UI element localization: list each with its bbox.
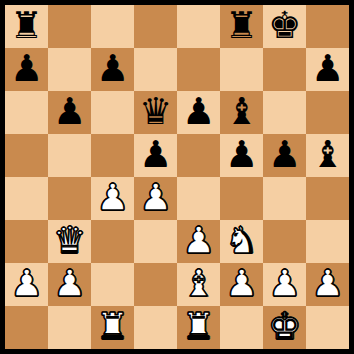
white-rook-piece[interactable]: ♜ bbox=[96, 306, 129, 348]
square-b3[interactable]: ♛ bbox=[48, 220, 91, 263]
square-e6[interactable]: ♟ bbox=[177, 91, 220, 134]
square-b7[interactable] bbox=[48, 48, 91, 91]
black-pawn-piece[interactable]: ♟ bbox=[53, 91, 86, 133]
square-c4[interactable]: ♟ bbox=[91, 177, 134, 220]
square-a3[interactable] bbox=[5, 220, 48, 263]
square-f3[interactable]: ♞ bbox=[220, 220, 263, 263]
square-h5[interactable]: ♝ bbox=[306, 134, 349, 177]
square-d2[interactable] bbox=[134, 263, 177, 306]
white-pawn-piece[interactable]: ♟ bbox=[311, 263, 344, 305]
square-a7[interactable]: ♟ bbox=[5, 48, 48, 91]
square-g1[interactable]: ♚ bbox=[263, 306, 306, 349]
white-pawn-piece[interactable]: ♟ bbox=[10, 263, 43, 305]
white-pawn-piece[interactable]: ♟ bbox=[182, 220, 215, 262]
square-a1[interactable] bbox=[5, 306, 48, 349]
black-bishop-piece[interactable]: ♝ bbox=[225, 91, 258, 133]
square-d3[interactable] bbox=[134, 220, 177, 263]
square-h1[interactable] bbox=[306, 306, 349, 349]
white-pawn-piece[interactable]: ♟ bbox=[53, 263, 86, 305]
square-c7[interactable]: ♟ bbox=[91, 48, 134, 91]
black-pawn-piece[interactable]: ♟ bbox=[311, 48, 344, 90]
white-pawn-piece[interactable]: ♟ bbox=[139, 177, 172, 219]
square-e7[interactable] bbox=[177, 48, 220, 91]
square-g8[interactable]: ♚ bbox=[263, 5, 306, 48]
square-c5[interactable] bbox=[91, 134, 134, 177]
square-d8[interactable] bbox=[134, 5, 177, 48]
square-g7[interactable] bbox=[263, 48, 306, 91]
square-h2[interactable]: ♟ bbox=[306, 263, 349, 306]
square-e1[interactable]: ♜ bbox=[177, 306, 220, 349]
square-e4[interactable] bbox=[177, 177, 220, 220]
square-g6[interactable] bbox=[263, 91, 306, 134]
black-bishop-piece[interactable]: ♝ bbox=[311, 134, 344, 176]
square-h3[interactable] bbox=[306, 220, 349, 263]
square-a5[interactable] bbox=[5, 134, 48, 177]
square-f4[interactable] bbox=[220, 177, 263, 220]
black-pawn-piece[interactable]: ♟ bbox=[96, 48, 129, 90]
square-b1[interactable] bbox=[48, 306, 91, 349]
square-b5[interactable] bbox=[48, 134, 91, 177]
black-queen-piece[interactable]: ♛ bbox=[139, 91, 172, 133]
black-rook-piece[interactable]: ♜ bbox=[10, 5, 43, 47]
black-king-piece[interactable]: ♚ bbox=[268, 5, 301, 47]
square-g5[interactable]: ♟ bbox=[263, 134, 306, 177]
square-c1[interactable]: ♜ bbox=[91, 306, 134, 349]
square-f5[interactable]: ♟ bbox=[220, 134, 263, 177]
square-g3[interactable] bbox=[263, 220, 306, 263]
square-d5[interactable]: ♟ bbox=[134, 134, 177, 177]
black-pawn-piece[interactable]: ♟ bbox=[182, 91, 215, 133]
white-bishop-piece[interactable]: ♝ bbox=[182, 263, 215, 305]
white-pawn-piece[interactable]: ♟ bbox=[268, 263, 301, 305]
square-a6[interactable] bbox=[5, 91, 48, 134]
square-e5[interactable] bbox=[177, 134, 220, 177]
square-d7[interactable] bbox=[134, 48, 177, 91]
chess-board: ♜♜♚♟♟♟♟♛♟♝♟♟♟♝♟♟♛♟♞♟♟♝♟♟♟♜♜♚ bbox=[5, 5, 349, 349]
square-f7[interactable] bbox=[220, 48, 263, 91]
square-c8[interactable] bbox=[91, 5, 134, 48]
square-d1[interactable] bbox=[134, 306, 177, 349]
square-f2[interactable]: ♟ bbox=[220, 263, 263, 306]
square-a8[interactable]: ♜ bbox=[5, 5, 48, 48]
square-h8[interactable] bbox=[306, 5, 349, 48]
black-pawn-piece[interactable]: ♟ bbox=[139, 134, 172, 176]
square-f6[interactable]: ♝ bbox=[220, 91, 263, 134]
square-f1[interactable] bbox=[220, 306, 263, 349]
square-e8[interactable] bbox=[177, 5, 220, 48]
square-e3[interactable]: ♟ bbox=[177, 220, 220, 263]
square-h6[interactable] bbox=[306, 91, 349, 134]
white-pawn-piece[interactable]: ♟ bbox=[225, 263, 258, 305]
black-pawn-piece[interactable]: ♟ bbox=[10, 48, 43, 90]
square-h7[interactable]: ♟ bbox=[306, 48, 349, 91]
white-knight-piece[interactable]: ♞ bbox=[225, 220, 258, 262]
square-g4[interactable] bbox=[263, 177, 306, 220]
square-d6[interactable]: ♛ bbox=[134, 91, 177, 134]
white-queen-piece[interactable]: ♛ bbox=[53, 220, 86, 262]
square-b2[interactable]: ♟ bbox=[48, 263, 91, 306]
white-rook-piece[interactable]: ♜ bbox=[182, 306, 215, 348]
square-b8[interactable] bbox=[48, 5, 91, 48]
square-h4[interactable] bbox=[306, 177, 349, 220]
white-pawn-piece[interactable]: ♟ bbox=[96, 177, 129, 219]
square-a2[interactable]: ♟ bbox=[5, 263, 48, 306]
square-b6[interactable]: ♟ bbox=[48, 91, 91, 134]
square-f8[interactable]: ♜ bbox=[220, 5, 263, 48]
square-c3[interactable] bbox=[91, 220, 134, 263]
black-pawn-piece[interactable]: ♟ bbox=[225, 134, 258, 176]
square-g2[interactable]: ♟ bbox=[263, 263, 306, 306]
square-a4[interactable] bbox=[5, 177, 48, 220]
square-c6[interactable] bbox=[91, 91, 134, 134]
white-king-piece[interactable]: ♚ bbox=[268, 306, 301, 348]
square-c2[interactable] bbox=[91, 263, 134, 306]
square-d4[interactable]: ♟ bbox=[134, 177, 177, 220]
black-pawn-piece[interactable]: ♟ bbox=[268, 134, 301, 176]
square-b4[interactable] bbox=[48, 177, 91, 220]
square-e2[interactable]: ♝ bbox=[177, 263, 220, 306]
board-frame: ♜♜♚♟♟♟♟♛♟♝♟♟♟♝♟♟♛♟♞♟♟♝♟♟♟♜♜♚ bbox=[0, 0, 354, 354]
black-rook-piece[interactable]: ♜ bbox=[225, 5, 258, 47]
